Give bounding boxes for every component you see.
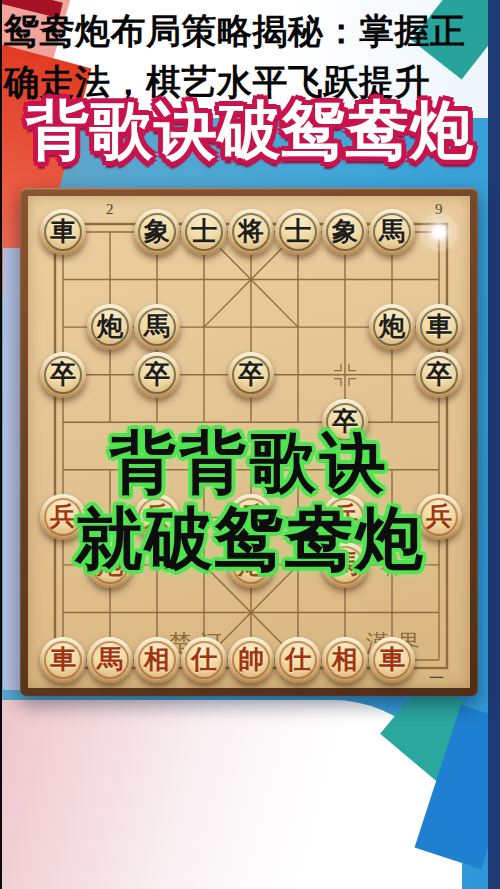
piece-glyph: 馬	[144, 314, 170, 340]
piece-glyph: 車	[426, 314, 452, 340]
piece-red-相[interactable]: 相	[322, 637, 368, 683]
piece-glyph: 卒	[144, 362, 170, 388]
piece-glyph: 帥	[238, 647, 264, 673]
piece-glyph: 卒	[238, 362, 264, 388]
piece-red-車[interactable]: 車	[40, 637, 86, 683]
piece-glyph: 士	[285, 219, 311, 245]
piece-black-士[interactable]: 士	[275, 209, 321, 255]
piece-glyph: 卒	[426, 362, 452, 388]
piece-black-士[interactable]: 士	[181, 209, 227, 255]
piece-glyph: 車	[379, 647, 405, 673]
piece-red-相[interactable]: 相	[134, 637, 180, 683]
piece-glyph: 車	[50, 219, 76, 245]
piece-black-卒[interactable]: 卒	[416, 352, 462, 398]
piece-glyph: 仕	[191, 647, 217, 673]
piece-black-炮[interactable]: 炮	[87, 304, 133, 350]
piece-black-車[interactable]: 車	[40, 209, 86, 255]
piece-black-炮[interactable]: 炮	[369, 304, 415, 350]
piece-red-車[interactable]: 車	[369, 637, 415, 683]
piece-red-仕[interactable]: 仕	[181, 637, 227, 683]
piece-glyph: 将	[238, 219, 264, 245]
piece-black-卒[interactable]: 卒	[134, 352, 180, 398]
piece-black-馬[interactable]: 馬	[369, 209, 415, 255]
piece-black-卒[interactable]: 卒	[228, 352, 274, 398]
piece-glyph: 相	[144, 647, 170, 673]
overlay-caption-line2: 就破鸳鸯炮	[0, 494, 500, 585]
piece-red-馬[interactable]: 馬	[87, 637, 133, 683]
piece-black-卒[interactable]: 卒	[40, 352, 86, 398]
piece-glyph: 炮	[97, 314, 123, 340]
piece-glyph: 炮	[379, 314, 405, 340]
piece-glyph: 象	[332, 219, 358, 245]
piece-glyph: 仕	[285, 647, 311, 673]
piece-red-仕[interactable]: 仕	[275, 637, 321, 683]
piece-black-馬[interactable]: 馬	[134, 304, 180, 350]
piece-glyph: 卒	[50, 362, 76, 388]
piece-glyph: 馬	[97, 647, 123, 673]
piece-glyph: 馬	[379, 219, 405, 245]
piece-red-帥[interactable]: 帥	[228, 637, 274, 683]
piece-black-車[interactable]: 車	[416, 304, 462, 350]
file-label-top: 2	[106, 201, 114, 218]
file-label-bottom: 一	[429, 669, 444, 688]
last-move-origin-marker	[423, 216, 455, 248]
piece-glyph: 車	[50, 647, 76, 673]
piece-black-象[interactable]: 象	[322, 209, 368, 255]
banner-text: 背歌诀破鸳鸯炮	[0, 88, 500, 174]
piece-glyph: 士	[191, 219, 217, 245]
piece-black-象[interactable]: 象	[134, 209, 180, 255]
piece-black-将[interactable]: 将	[228, 209, 274, 255]
piece-glyph: 相	[332, 647, 358, 673]
piece-glyph: 象	[144, 219, 170, 245]
